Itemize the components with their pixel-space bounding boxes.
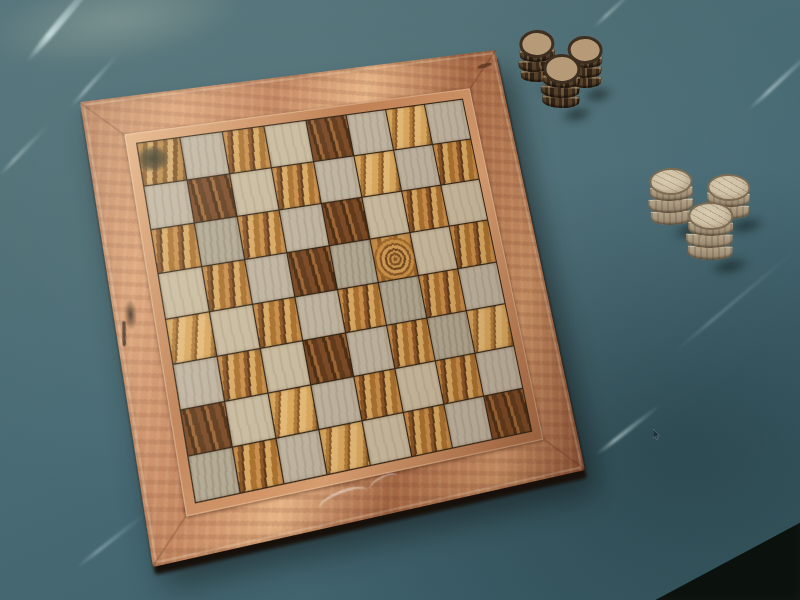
square-r6c2[interactable] [218,349,268,401]
square-r4c5[interactable] [329,240,377,288]
square-r8c1[interactable] [188,448,239,502]
square-r3c8[interactable] [441,180,487,226]
square-r5c3[interactable] [253,297,302,347]
square-r3c7[interactable] [402,186,448,232]
square-r4c7[interactable] [410,227,457,274]
square-r7c2[interactable] [225,393,275,446]
square-r2c6[interactable] [354,151,401,197]
piece-stack-dark-3[interactable] [542,53,581,108]
square-r4c1[interactable] [159,268,209,319]
square-r7c1[interactable] [181,402,232,455]
square-r6c7[interactable] [427,311,474,360]
square-r5c2[interactable] [210,304,260,355]
stone-vein [591,0,638,30]
square-r1c7[interactable] [386,105,432,150]
square-r5c8[interactable] [458,262,504,310]
square-r4c3[interactable] [246,254,295,303]
square-r2c4[interactable] [272,163,320,210]
square-r8c5[interactable] [362,413,411,465]
square-r2c5[interactable] [314,157,361,204]
square-r8c3[interactable] [277,430,327,483]
stone-vein [746,43,800,113]
square-r3c6[interactable] [362,192,409,239]
square-r5c7[interactable] [419,269,466,317]
wood-crack [122,321,126,346]
square-r4c4[interactable] [288,247,336,296]
square-r3c5[interactable] [321,198,368,245]
square-r4c6[interactable] [370,234,417,282]
square-r1c5[interactable] [306,116,353,162]
square-r1c3[interactable] [223,127,271,174]
square-r1c1[interactable] [137,138,186,186]
square-r2c7[interactable] [394,145,440,191]
square-r7c7[interactable] [436,354,483,404]
playing-area [136,99,532,504]
square-r5c5[interactable] [337,283,385,332]
square-r6c6[interactable] [387,318,435,368]
square-r3c4[interactable] [280,204,328,252]
square-r4c2[interactable] [203,261,252,311]
table-surface [0,0,800,600]
square-r2c3[interactable] [231,168,279,216]
square-r8c7[interactable] [444,397,492,448]
stone-vein [0,123,50,178]
square-r2c8[interactable] [433,140,479,185]
square-r8c6[interactable] [403,405,451,456]
square-r7c3[interactable] [269,385,319,437]
square-r7c5[interactable] [354,369,402,420]
square-r5c6[interactable] [378,276,425,325]
square-r8c2[interactable] [233,439,284,493]
square-r3c1[interactable] [151,224,201,274]
mouse-cursor [653,429,661,441]
square-r2c2[interactable] [188,175,237,223]
stone-vein [75,510,150,570]
square-r6c1[interactable] [173,357,224,409]
square-r3c2[interactable] [195,217,244,266]
square-r3c3[interactable] [238,211,287,259]
square-r6c5[interactable] [346,326,394,376]
square-r2c1[interactable] [144,181,194,230]
square-r8c8[interactable] [484,389,531,439]
square-r6c4[interactable] [304,333,353,384]
square-r7c6[interactable] [395,361,443,411]
square-r7c8[interactable] [475,346,522,395]
square-r8c4[interactable] [320,421,369,474]
square-r5c1[interactable] [166,312,216,363]
square-r1c6[interactable] [346,110,392,155]
square-r5c4[interactable] [296,290,345,340]
board-grid [137,100,531,502]
square-r1c8[interactable] [425,100,470,144]
square-r6c8[interactable] [467,304,514,352]
piece-stack-light-3[interactable] [687,202,733,261]
light-disc-top [688,202,733,231]
square-r7c4[interactable] [312,377,361,429]
square-r4c8[interactable] [450,221,496,268]
square-r6c3[interactable] [261,341,310,392]
square-r1c4[interactable] [265,121,313,167]
square-r1c2[interactable] [181,132,230,179]
